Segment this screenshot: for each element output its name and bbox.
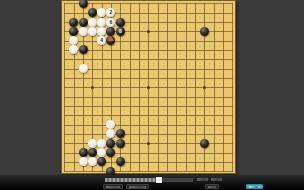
stone-white xyxy=(69,45,78,54)
grid-line-h xyxy=(64,171,233,172)
grid-line-h xyxy=(64,134,233,135)
stone-black xyxy=(116,129,125,138)
stone-white xyxy=(88,139,97,148)
grid-line-v xyxy=(176,3,177,172)
stone-black xyxy=(106,139,115,148)
action-button-teal-label xyxy=(249,186,260,188)
action-button-teal[interactable] xyxy=(246,184,263,189)
grid-line-v xyxy=(158,3,159,172)
stone-white xyxy=(79,157,88,166)
slider-fill xyxy=(105,178,158,182)
grid-line-h xyxy=(64,115,233,116)
grid-line-v xyxy=(232,3,233,172)
stone-white-numbered: 6 xyxy=(106,18,115,27)
grid-line-v xyxy=(195,3,196,172)
stone-black xyxy=(79,148,88,157)
stone-white xyxy=(79,64,88,73)
nav-button-1[interactable] xyxy=(103,184,123,189)
nav-button-2-label xyxy=(129,186,146,188)
stone-white xyxy=(88,27,97,36)
last-move-marker xyxy=(108,36,114,41)
stone-white-numbered: 4 xyxy=(97,36,106,45)
grid-line-v xyxy=(186,3,187,172)
stone-black xyxy=(106,148,115,157)
star-point xyxy=(147,30,150,33)
nav-button-3-label xyxy=(208,186,216,188)
stone-white xyxy=(97,8,106,17)
stone-black xyxy=(79,0,88,8)
stone-black xyxy=(69,27,78,36)
stone-white xyxy=(97,27,106,36)
stone-black xyxy=(116,139,125,148)
stone-white xyxy=(88,157,97,166)
stone-black xyxy=(88,8,97,17)
stone-black xyxy=(200,27,209,36)
bottom-toolbar xyxy=(0,175,304,190)
stone-black xyxy=(69,18,78,27)
slider-handle[interactable] xyxy=(156,177,162,183)
grid-line-h xyxy=(64,125,233,126)
stone-black xyxy=(79,45,88,54)
stone-white xyxy=(97,139,106,148)
stone-black-numbered: 8 xyxy=(116,27,125,36)
star-point xyxy=(147,86,150,89)
grid-line-h xyxy=(64,106,233,107)
stone-black xyxy=(88,148,97,157)
stone-black xyxy=(106,27,115,36)
move-slider[interactable] xyxy=(105,178,193,182)
stone-white-numbered: 2 xyxy=(106,8,115,17)
stone-black xyxy=(79,18,88,27)
move-counter-total xyxy=(211,178,222,181)
stone-white xyxy=(97,18,106,27)
move-counter xyxy=(197,178,208,181)
grid-line-v xyxy=(167,3,168,172)
stone-white xyxy=(106,129,115,138)
stone-white xyxy=(69,36,78,45)
go-board[interactable]: 2684 xyxy=(61,0,236,174)
nav-button-2[interactable] xyxy=(126,184,149,189)
stone-black xyxy=(116,157,125,166)
app-window: 2684 xyxy=(0,0,304,190)
stone-black xyxy=(97,157,106,166)
grid-line-v xyxy=(223,3,224,172)
star-point xyxy=(147,142,150,145)
star-point xyxy=(203,86,206,89)
grid-line-v xyxy=(214,3,215,172)
nav-button-3[interactable] xyxy=(205,184,219,189)
stone-white xyxy=(79,27,88,36)
grid-line-h xyxy=(64,97,233,98)
stone-black xyxy=(116,18,125,27)
stone-white xyxy=(97,148,106,157)
stone-black xyxy=(200,139,209,148)
star-point xyxy=(91,86,94,89)
stone-white xyxy=(88,18,97,27)
stone-white xyxy=(106,120,115,129)
nav-button-1-label xyxy=(106,186,120,188)
